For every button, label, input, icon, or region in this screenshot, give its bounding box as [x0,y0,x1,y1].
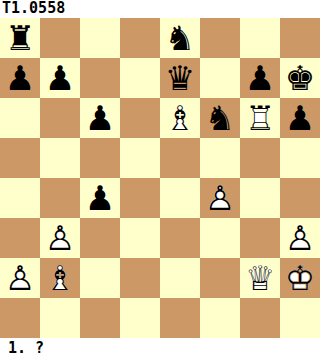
square-c1[interactable] [80,298,120,338]
square-g6[interactable]: ♜♖ [240,98,280,138]
square-h6[interactable]: ♟ [280,98,320,138]
square-e3[interactable] [160,218,200,258]
white-bishop-piece[interactable]: ♝♗ [40,258,80,298]
square-f1[interactable] [200,298,240,338]
white-pawn-piece[interactable]: ♟♙ [40,218,80,258]
square-e7[interactable]: ♛ [160,58,200,98]
square-b4[interactable] [40,178,80,218]
square-g7[interactable]: ♟ [240,58,280,98]
square-b8[interactable] [40,18,80,58]
white-piece-outline: ♙ [40,218,80,258]
square-h3[interactable]: ♟♙ [280,218,320,258]
square-b1[interactable] [40,298,80,338]
black-pawn-piece[interactable]: ♟ [240,58,280,98]
white-piece-outline: ♗ [160,98,200,138]
black-pawn-piece[interactable]: ♟ [80,178,120,218]
square-g3[interactable] [240,218,280,258]
square-h4[interactable] [280,178,320,218]
black-pawn-piece[interactable]: ♟ [0,58,40,98]
black-pawn-piece[interactable]: ♟ [40,58,80,98]
move-prompt: 1. ? [0,338,320,360]
square-g2[interactable]: ♛♕ [240,258,280,298]
square-h5[interactable] [280,138,320,178]
square-d7[interactable] [120,58,160,98]
square-f5[interactable] [200,138,240,178]
black-knight-piece[interactable]: ♞ [200,98,240,138]
square-c7[interactable] [80,58,120,98]
white-piece-outline: ♔ [280,258,320,298]
square-d1[interactable] [120,298,160,338]
square-e5[interactable] [160,138,200,178]
square-d4[interactable] [120,178,160,218]
square-d8[interactable] [120,18,160,58]
square-c5[interactable] [80,138,120,178]
square-a1[interactable] [0,298,40,338]
square-h7[interactable]: ♚ [280,58,320,98]
white-bishop-piece[interactable]: ♝♗ [160,98,200,138]
square-a7[interactable]: ♟ [0,58,40,98]
square-a4[interactable] [0,178,40,218]
black-king-piece[interactable]: ♚ [280,58,320,98]
square-h2[interactable]: ♚♔ [280,258,320,298]
square-a3[interactable] [0,218,40,258]
square-e8[interactable]: ♞ [160,18,200,58]
square-d3[interactable] [120,218,160,258]
square-e6[interactable]: ♝♗ [160,98,200,138]
square-h1[interactable] [280,298,320,338]
white-piece-outline: ♙ [0,258,40,298]
puzzle-id: T1.0558 [0,0,320,18]
square-g1[interactable] [240,298,280,338]
square-d5[interactable] [120,138,160,178]
square-d6[interactable] [120,98,160,138]
square-c3[interactable] [80,218,120,258]
chess-board: ♜♞♟♟♛♟♚♟♝♗♞♜♖♟♟♟♙♟♙♟♙♟♙♝♗♛♕♚♔ [0,18,320,338]
square-f3[interactable] [200,218,240,258]
white-piece-outline: ♙ [280,218,320,258]
square-a8[interactable]: ♜ [0,18,40,58]
square-a5[interactable] [0,138,40,178]
square-e1[interactable] [160,298,200,338]
black-queen-piece[interactable]: ♛ [160,58,200,98]
square-f8[interactable] [200,18,240,58]
square-c8[interactable] [80,18,120,58]
square-f6[interactable]: ♞ [200,98,240,138]
black-pawn-piece[interactable]: ♟ [80,98,120,138]
square-g4[interactable] [240,178,280,218]
square-b7[interactable]: ♟ [40,58,80,98]
square-e2[interactable] [160,258,200,298]
white-queen-piece[interactable]: ♛♕ [240,258,280,298]
square-b5[interactable] [40,138,80,178]
square-g5[interactable] [240,138,280,178]
white-pawn-piece[interactable]: ♟♙ [0,258,40,298]
square-c4[interactable]: ♟ [80,178,120,218]
square-f4[interactable]: ♟♙ [200,178,240,218]
white-pawn-piece[interactable]: ♟♙ [200,178,240,218]
white-piece-outline: ♗ [40,258,80,298]
black-pawn-piece[interactable]: ♟ [280,98,320,138]
black-rook-piece[interactable]: ♜ [0,18,40,58]
white-piece-outline: ♙ [200,178,240,218]
square-b2[interactable]: ♝♗ [40,258,80,298]
black-knight-piece[interactable]: ♞ [160,18,200,58]
white-rook-piece[interactable]: ♜♖ [240,98,280,138]
square-f7[interactable] [200,58,240,98]
white-pawn-piece[interactable]: ♟♙ [280,218,320,258]
square-a6[interactable] [0,98,40,138]
white-king-piece[interactable]: ♚♔ [280,258,320,298]
square-f2[interactable] [200,258,240,298]
square-c6[interactable]: ♟ [80,98,120,138]
square-d2[interactable] [120,258,160,298]
square-b3[interactable]: ♟♙ [40,218,80,258]
square-g8[interactable] [240,18,280,58]
square-h8[interactable] [280,18,320,58]
white-piece-outline: ♖ [240,98,280,138]
square-b6[interactable] [40,98,80,138]
square-a2[interactable]: ♟♙ [0,258,40,298]
white-piece-outline: ♕ [240,258,280,298]
square-e4[interactable] [160,178,200,218]
square-c2[interactable] [80,258,120,298]
